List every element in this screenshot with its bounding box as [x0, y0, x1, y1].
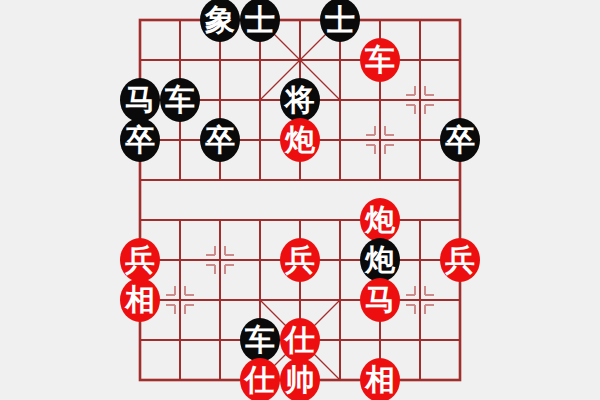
- board-point: 卒: [200, 120, 240, 160]
- piece-red-cannon[interactable]: 炮: [280, 118, 320, 162]
- piece-black-pawn[interactable]: 卒: [200, 118, 240, 162]
- piece-red-pawn[interactable]: 兵: [280, 238, 320, 282]
- board-point: 马: [120, 80, 160, 120]
- board-point: 炮: [360, 200, 400, 240]
- piece-black-horse[interactable]: 马: [120, 78, 160, 122]
- piece-red-advisor[interactable]: 仕: [280, 318, 320, 362]
- board-point: 象: [200, 0, 240, 40]
- piece-black-pawn[interactable]: 卒: [120, 118, 160, 162]
- piece-black-chariot[interactable]: 车: [240, 318, 280, 362]
- piece-black-pawn[interactable]: 卒: [440, 118, 480, 162]
- piece-black-advisor[interactable]: 士: [320, 0, 360, 42]
- board-point: 马: [360, 280, 400, 320]
- board-point: 炮: [280, 120, 320, 160]
- piece-red-horse[interactable]: 马: [360, 278, 400, 322]
- board-point: 卒: [120, 120, 160, 160]
- board-point: 仕: [280, 320, 320, 360]
- piece-red-general[interactable]: 帅: [280, 358, 320, 400]
- xiangqi-board[interactable]: 象士士车马车将卒卒炮卒炮兵兵炮兵相马车仕仕帅相: [120, 0, 480, 400]
- piece-black-cannon[interactable]: 炮: [360, 238, 400, 282]
- board-point: 兵: [280, 240, 320, 280]
- piece-black-advisor[interactable]: 士: [240, 0, 280, 42]
- board-point: 相: [120, 280, 160, 320]
- board-point: 炮: [360, 240, 400, 280]
- board-point: 士: [320, 0, 360, 40]
- board-point: 车: [160, 80, 200, 120]
- piece-red-pawn[interactable]: 兵: [120, 238, 160, 282]
- xiangqi-app: 象士士车马车将卒卒炮卒炮兵兵炮兵相马车仕仕帅相: [0, 0, 600, 400]
- piece-black-chariot[interactable]: 车: [160, 78, 200, 122]
- piece-red-chariot[interactable]: 车: [360, 38, 400, 82]
- board-point: 卒: [440, 120, 480, 160]
- board-point: 车: [240, 320, 280, 360]
- board-point: 兵: [440, 240, 480, 280]
- board-point: 车: [360, 40, 400, 80]
- board-point: 兵: [120, 240, 160, 280]
- piece-red-pawn[interactable]: 兵: [440, 238, 480, 282]
- piece-red-cannon[interactable]: 炮: [360, 198, 400, 242]
- board-point: 帅: [280, 360, 320, 400]
- piece-red-elephant[interactable]: 相: [360, 358, 400, 400]
- board-point: 相: [360, 360, 400, 400]
- board-point: 将: [280, 80, 320, 120]
- piece-black-general[interactable]: 将: [280, 78, 320, 122]
- piece-red-advisor[interactable]: 仕: [240, 358, 280, 400]
- board-point: 士: [240, 0, 280, 40]
- piece-black-elephant[interactable]: 象: [200, 0, 240, 42]
- board-point: 仕: [240, 360, 280, 400]
- piece-red-elephant[interactable]: 相: [120, 278, 160, 322]
